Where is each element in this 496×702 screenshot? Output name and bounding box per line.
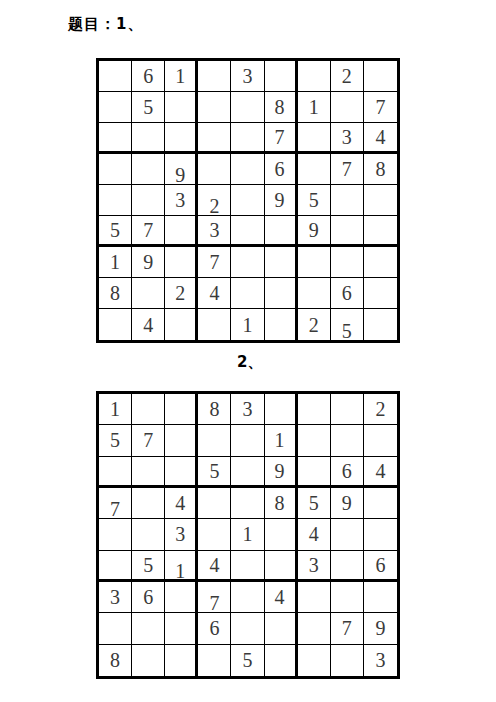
cell-r3c7 [298,457,331,488]
cell-r1c6 [265,394,298,425]
cell-r2c6: 1 [265,425,298,456]
cell-r8c3: 2 [165,278,198,309]
given-digit: 7 [143,430,153,450]
cell-r7c6: 4 [265,582,298,613]
given-digit: 3 [110,587,120,607]
cell-r5c2 [132,519,165,550]
given-digit: 6 [275,159,285,179]
cell-r1c4 [198,61,231,92]
cell-r8c9: 9 [364,613,397,644]
cell-r4c2 [132,154,165,185]
cell-r1c1 [99,61,132,92]
cell-r5c3: 3 [165,519,198,550]
cell-r7c8 [331,247,364,278]
cell-r8c3 [165,613,198,644]
cell-r5c8 [331,519,364,550]
cell-r2c6: 8 [265,92,298,123]
given-digit: 4 [209,555,219,575]
cell-r8c7 [298,278,331,309]
given-digit: 4 [209,283,219,303]
sudoku-board-1: 6132581773496783295573919782464125 [96,58,400,343]
cell-r9c4 [198,645,231,676]
cell-r3c7 [298,123,331,154]
cell-r7c3 [165,247,198,278]
given-digit: 8 [375,159,385,179]
cell-r7c1: 3 [99,582,132,613]
given-digit: 1 [175,561,185,581]
given-digit: 9 [309,220,319,240]
cell-r6c3: 1 [165,551,198,582]
given-digit: 4 [175,493,185,513]
cell-r7c2: 9 [132,247,165,278]
given-digit: 3 [309,555,319,575]
given-digit: 9 [143,252,153,272]
cell-r2c5 [231,92,264,123]
given-digit: 8 [275,97,285,117]
given-digit: 3 [175,190,185,210]
cell-r9c6 [265,309,298,340]
cell-r3c5 [231,457,264,488]
cell-r3c1 [99,457,132,488]
cell-r7c7 [298,582,331,613]
cell-r4c2 [132,488,165,519]
cell-r9c2 [132,645,165,676]
cell-r6c6 [265,551,298,582]
given-digit: 1 [242,524,252,544]
cell-r8c4: 4 [198,278,231,309]
cell-r2c4 [198,92,231,123]
given-digit: 7 [143,220,153,240]
cell-r6c4: 3 [198,216,231,247]
cell-r6c2: 7 [132,216,165,247]
cell-r9c7 [298,645,331,676]
cell-r7c4: 7 [198,582,231,613]
cell-r4c5 [231,154,264,185]
given-digit: 9 [275,190,285,210]
cell-r2c5 [231,425,264,456]
cell-r9c6 [265,645,298,676]
given-digit: 2 [375,399,385,419]
cell-r5c3: 3 [165,185,198,216]
cell-r9c1 [99,309,132,340]
cell-r7c1: 1 [99,247,132,278]
given-digit: 5 [143,97,153,117]
cell-r1c3: 1 [165,61,198,92]
cell-r3c2 [132,457,165,488]
given-digit: 8 [209,399,219,419]
given-digit: 3 [209,220,219,240]
cell-r5c4 [198,519,231,550]
cell-r8c6 [265,613,298,644]
cell-r6c7: 3 [298,551,331,582]
given-digit: 3 [375,650,385,670]
cell-r9c8: 5 [331,309,364,340]
cell-r1c8: 2 [331,61,364,92]
cell-r4c7 [298,154,331,185]
given-digit: 7 [342,159,352,179]
cell-r4c6: 8 [265,488,298,519]
cell-r3c3 [165,457,198,488]
given-digit: 9 [375,618,385,638]
given-digit: 5 [110,430,120,450]
cell-r2c9: 7 [364,92,397,123]
cell-r1c9: 2 [364,394,397,425]
cell-r6c1: 5 [99,216,132,247]
cell-r9c8 [331,645,364,676]
cell-r5c9 [364,519,397,550]
cell-r4c1: 7 [99,488,132,519]
given-digit: 3 [242,66,252,86]
cell-r6c8 [331,551,364,582]
given-digit: 9 [175,165,185,185]
cell-r9c9 [364,309,397,340]
given-digit: 1 [110,399,120,419]
given-digit: 5 [110,220,120,240]
cell-r7c7 [298,247,331,278]
cell-r1c5: 3 [231,61,264,92]
cell-r6c6 [265,216,298,247]
given-digit: 1 [175,66,185,86]
cell-r6c7: 9 [298,216,331,247]
cell-r8c2 [132,613,165,644]
given-digit: 1 [242,315,252,335]
given-digit: 9 [275,461,285,481]
cell-r4c8: 7 [331,154,364,185]
cell-r2c2: 7 [132,425,165,456]
cell-r4c8: 9 [331,488,364,519]
given-digit: 6 [342,461,352,481]
cell-r1c7 [298,61,331,92]
cell-r3c8: 3 [331,123,364,154]
cell-r6c9: 6 [364,551,397,582]
given-digit: 2 [209,196,219,216]
cell-r9c3 [165,645,198,676]
given-digit: 5 [309,190,319,210]
cell-r8c9 [364,278,397,309]
given-digit: 6 [342,283,352,303]
cell-r6c2: 5 [132,551,165,582]
cell-r9c7: 2 [298,309,331,340]
cell-r8c6 [265,278,298,309]
cell-r1c9 [364,61,397,92]
cell-r1c2: 6 [132,61,165,92]
given-digit: 3 [175,524,185,544]
cell-r9c9: 3 [364,645,397,676]
cell-r6c3 [165,216,198,247]
cell-r2c1 [99,92,132,123]
cell-r5c5: 1 [231,519,264,550]
cell-r1c3 [165,394,198,425]
given-digit: 4 [309,524,319,544]
cell-r3c2 [132,123,165,154]
cell-r2c2: 5 [132,92,165,123]
given-digit: 5 [242,650,252,670]
cell-r8c8: 6 [331,278,364,309]
cell-r4c9: 8 [364,154,397,185]
cell-r7c9 [364,582,397,613]
cell-r8c4: 6 [198,613,231,644]
given-digit: 2 [309,315,319,335]
given-digit: 7 [110,499,120,519]
cell-r1c5: 3 [231,394,264,425]
cell-r9c5: 5 [231,645,264,676]
cell-r7c9 [364,247,397,278]
cell-r5c2 [132,185,165,216]
cell-r9c5: 1 [231,309,264,340]
cell-r1c2 [132,394,165,425]
cell-r4c1 [99,154,132,185]
given-digit: 5 [342,321,352,341]
cell-r1c8 [331,394,364,425]
given-digit: 2 [342,66,352,86]
cell-r4c9 [364,488,397,519]
given-digit: 3 [242,399,252,419]
cell-r8c5 [231,613,264,644]
cell-r5c9 [364,185,397,216]
given-digit: 6 [209,618,219,638]
cell-r6c5 [231,551,264,582]
given-digit: 8 [110,650,120,670]
cell-r9c1: 8 [99,645,132,676]
cell-r5c1 [99,185,132,216]
given-digit: 7 [342,618,352,638]
given-digit: 8 [275,493,285,513]
cell-r2c8 [331,92,364,123]
cell-r2c3 [165,425,198,456]
given-digit: 1 [309,97,319,117]
cell-r4c3: 9 [165,154,198,185]
page-title: 题目：1、 [68,15,143,34]
given-digit: 3 [342,127,352,147]
cell-r6c1 [99,551,132,582]
given-digit: 4 [275,587,285,607]
cell-r7c6 [265,247,298,278]
given-digit: 4 [143,315,153,335]
cell-r2c4 [198,425,231,456]
worksheet-page: 题目：1、 6132581773496783295573919782464125… [0,0,496,702]
cell-r7c4: 7 [198,247,231,278]
cell-r7c8 [331,582,364,613]
cell-r5c8 [331,185,364,216]
cell-r4c5 [231,488,264,519]
cell-r3c4: 5 [198,457,231,488]
cell-r2c9 [364,425,397,456]
cell-r5c7: 5 [298,185,331,216]
cell-r7c3 [165,582,198,613]
given-digit: 7 [275,127,285,147]
given-digit: 7 [375,97,385,117]
cell-r3c3 [165,123,198,154]
given-digit: 6 [375,555,385,575]
cell-r8c1: 8 [99,278,132,309]
cell-r3c8: 6 [331,457,364,488]
given-digit: 2 [175,283,185,303]
cell-r5c7: 4 [298,519,331,550]
cell-r3c6: 7 [265,123,298,154]
cell-r5c1 [99,519,132,550]
given-digit: 6 [143,587,153,607]
given-digit: 6 [143,66,153,86]
cell-r8c8: 7 [331,613,364,644]
cell-r4c7: 5 [298,488,331,519]
cell-r5c4: 2 [198,185,231,216]
puzzle-2-label: 2、 [237,353,262,372]
given-digit: 1 [275,430,285,450]
cell-r2c3 [165,92,198,123]
cell-r2c7: 1 [298,92,331,123]
cell-r9c3 [165,309,198,340]
given-digit: 9 [342,493,352,513]
cell-r6c9 [364,216,397,247]
cell-r7c5 [231,582,264,613]
cell-r8c1 [99,613,132,644]
cell-r8c2 [132,278,165,309]
cell-r3c5 [231,123,264,154]
cell-r3c1 [99,123,132,154]
cell-r2c1: 5 [99,425,132,456]
cell-r4c3: 4 [165,488,198,519]
given-digit: 7 [209,593,219,613]
sudoku-board-2: 1832571596474859314514363674679853 [96,391,400,679]
cell-r6c8 [331,216,364,247]
cell-r3c9: 4 [364,457,397,488]
cell-r1c7 [298,394,331,425]
cell-r2c8 [331,425,364,456]
cell-r3c6: 9 [265,457,298,488]
cell-r8c7 [298,613,331,644]
cell-r1c1: 1 [99,394,132,425]
cell-r7c2: 6 [132,582,165,613]
cell-r4c6: 6 [265,154,298,185]
cell-r9c2: 4 [132,309,165,340]
cell-r1c6 [265,61,298,92]
given-digit: 4 [375,127,385,147]
cell-r7c5 [231,247,264,278]
cell-r9c4 [198,309,231,340]
cell-r5c6 [265,519,298,550]
given-digit: 8 [110,283,120,303]
cell-r5c5 [231,185,264,216]
cell-r6c5 [231,216,264,247]
given-digit: 5 [209,461,219,481]
cell-r8c5 [231,278,264,309]
given-digit: 5 [143,555,153,575]
cell-r6c4: 4 [198,551,231,582]
cell-r4c4 [198,488,231,519]
cell-r4c4 [198,154,231,185]
given-digit: 7 [209,252,219,272]
cell-r5c6: 9 [265,185,298,216]
given-digit: 4 [375,461,385,481]
given-digit: 1 [110,252,120,272]
cell-r3c9: 4 [364,123,397,154]
cell-r1c4: 8 [198,394,231,425]
given-digit: 5 [309,493,319,513]
cell-r3c4 [198,123,231,154]
cell-r2c7 [298,425,331,456]
